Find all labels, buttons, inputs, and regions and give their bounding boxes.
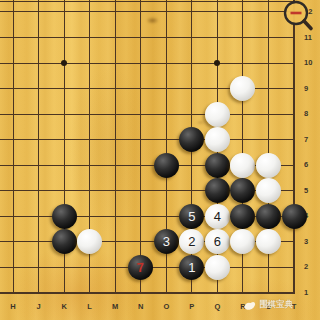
stone-black-r5 <box>230 178 255 203</box>
move-number: 7 <box>127 254 154 281</box>
stone-white-s5 <box>256 178 281 203</box>
stone-black-r4 <box>230 204 255 229</box>
wood-knot <box>146 17 159 24</box>
stone-black-p4: 5 <box>179 204 204 229</box>
grid-row-line-10 <box>0 63 295 64</box>
move-number: 2 <box>179 229 204 254</box>
grid-row-line-8 <box>0 114 295 115</box>
row-label-1: 1 <box>304 288 320 297</box>
stone-white-s6 <box>256 153 281 178</box>
go-board[interactable]: HJKLMNOPQRST123456789101112 5432671 围棋宝典 <box>0 0 320 320</box>
star-point-q10 <box>214 60 220 66</box>
column-label-o: O <box>158 302 174 311</box>
stone-black-o3: 3 <box>154 229 179 254</box>
row-label-10: 10 <box>304 58 320 67</box>
wood-knot <box>196 120 205 125</box>
move-number: 4 <box>205 204 230 229</box>
stone-white-q4: 4 <box>205 204 230 229</box>
column-label-k: K <box>56 302 72 311</box>
row-label-3: 3 <box>304 237 320 246</box>
column-label-n: N <box>133 302 149 311</box>
stone-black-q6 <box>205 153 230 178</box>
row-label-2: 2 <box>304 262 320 271</box>
row-label-7: 7 <box>304 135 320 144</box>
move-number: 6 <box>205 229 230 254</box>
move-number: 3 <box>154 229 179 254</box>
dove-icon <box>243 300 256 311</box>
stone-black-q5 <box>205 178 230 203</box>
grid-col-line-N <box>140 0 141 294</box>
stone-black-p7 <box>179 127 204 152</box>
column-label-m: M <box>107 302 123 311</box>
grid-row-line-13-partial <box>0 1 295 2</box>
move-number: 5 <box>179 204 204 229</box>
stone-white-r3 <box>230 229 255 254</box>
stone-black-k3 <box>52 229 77 254</box>
stone-white-q8 <box>205 102 230 127</box>
row-label-8: 8 <box>304 109 320 118</box>
stone-black-n2: 7 <box>128 255 153 280</box>
column-label-l: L <box>82 302 98 311</box>
stone-white-q2 <box>205 255 230 280</box>
stone-black-k4 <box>52 204 77 229</box>
stone-black-o6 <box>154 153 179 178</box>
stone-white-q3: 6 <box>205 229 230 254</box>
column-label-j: J <box>31 302 47 311</box>
stone-black-p2: 1 <box>179 255 204 280</box>
stone-white-p3: 2 <box>179 229 204 254</box>
column-label-h: H <box>5 302 21 311</box>
grid-col-line-M <box>115 0 116 294</box>
row-label-9: 9 <box>304 84 320 93</box>
row-label-6: 6 <box>304 160 320 169</box>
stone-black-s4 <box>256 204 281 229</box>
watermark: 围棋宝典 <box>243 299 293 311</box>
column-label-p: P <box>184 302 200 311</box>
zoom-out-icon[interactable] <box>280 0 316 35</box>
grid-row-line-1 <box>0 292 295 294</box>
stone-white-r6 <box>230 153 255 178</box>
column-label-q: Q <box>209 302 225 311</box>
watermark-text: 围棋宝典 <box>259 299 293 311</box>
grid-col-line-J <box>38 0 39 294</box>
stone-white-q7 <box>205 127 230 152</box>
stone-white-s3 <box>256 229 281 254</box>
stone-white-r9 <box>230 76 255 101</box>
grid-row-line-12 <box>0 11 295 12</box>
grid-col-line-T <box>293 0 295 294</box>
stone-black-t4 <box>282 204 307 229</box>
move-number: 1 <box>179 255 204 280</box>
star-point-k10 <box>61 60 67 66</box>
grid-row-line-7 <box>0 139 295 140</box>
stone-white-l3 <box>77 229 102 254</box>
grid-col-line-H <box>13 0 14 294</box>
grid-row-line-11 <box>0 37 295 38</box>
row-label-5: 5 <box>304 186 320 195</box>
